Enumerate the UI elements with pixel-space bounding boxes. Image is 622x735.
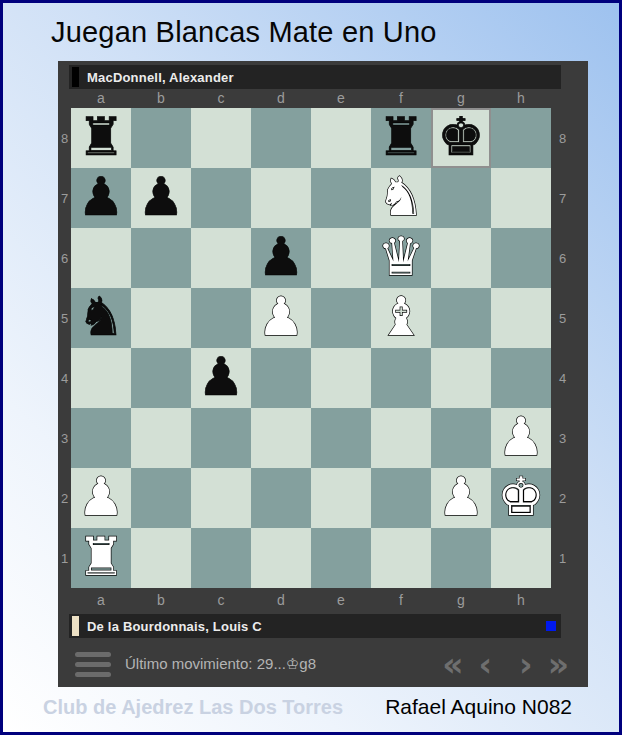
rank-label-2: 2 bbox=[551, 468, 588, 528]
square-c8[interactable] bbox=[191, 108, 251, 168]
square-g2[interactable]: ♟ bbox=[431, 468, 491, 528]
black-king-g8[interactable]: ♚ bbox=[431, 108, 491, 168]
rank-label-2: 2 bbox=[58, 468, 71, 528]
square-d6[interactable]: ♟ bbox=[251, 228, 311, 288]
square-f6[interactable]: ♛ bbox=[371, 228, 431, 288]
square-h4[interactable] bbox=[491, 348, 551, 408]
go-forward-button[interactable]: › bbox=[519, 648, 533, 681]
player-bar-bottom: De la Bourdonnais, Louis C bbox=[69, 614, 561, 638]
rank-label-1: 1 bbox=[58, 528, 71, 588]
square-d2[interactable] bbox=[251, 468, 311, 528]
rank-label-5: 5 bbox=[551, 288, 588, 348]
square-e3[interactable] bbox=[311, 408, 371, 468]
square-c1[interactable] bbox=[191, 528, 251, 588]
rank-labels-right: 87654321 bbox=[551, 108, 588, 588]
square-b5[interactable] bbox=[131, 288, 191, 348]
file-label-d: d bbox=[251, 89, 311, 107]
square-g5[interactable] bbox=[431, 288, 491, 348]
player-bar-top: MacDonnell, Alexander bbox=[69, 65, 561, 89]
square-d4[interactable] bbox=[251, 348, 311, 408]
white-king-h2[interactable]: ♚ bbox=[491, 468, 551, 528]
white-pawn-a2[interactable]: ♟ bbox=[71, 468, 131, 528]
square-b3[interactable] bbox=[131, 408, 191, 468]
square-a3[interactable] bbox=[71, 408, 131, 468]
last-move-text: Último movimiento: 29...♔g8 bbox=[125, 655, 316, 673]
square-e1[interactable] bbox=[311, 528, 371, 588]
turn-indicator bbox=[546, 621, 556, 631]
rank-label-3: 3 bbox=[551, 408, 588, 468]
black-pawn-c4[interactable]: ♟ bbox=[191, 348, 251, 408]
square-a1[interactable]: ♜ bbox=[71, 528, 131, 588]
file-label-d: d bbox=[251, 590, 311, 610]
square-e8[interactable] bbox=[311, 108, 371, 168]
file-labels-top: abcdefgh bbox=[71, 89, 551, 107]
square-a6[interactable] bbox=[71, 228, 131, 288]
author-credit: Rafael Aquino N082 bbox=[385, 695, 572, 719]
square-h6[interactable] bbox=[491, 228, 551, 288]
rank-label-3: 3 bbox=[58, 408, 71, 468]
rank-labels-left: 87654321 bbox=[58, 108, 71, 588]
square-e4[interactable] bbox=[311, 348, 371, 408]
square-g6[interactable] bbox=[431, 228, 491, 288]
square-h2[interactable]: ♚ bbox=[491, 468, 551, 528]
page: Juegan Blancas Mate en Uno MacDonnell, A… bbox=[0, 0, 622, 735]
square-c3[interactable] bbox=[191, 408, 251, 468]
file-label-f: f bbox=[371, 590, 431, 610]
go-start-button[interactable]: « bbox=[442, 648, 463, 681]
square-b1[interactable] bbox=[131, 528, 191, 588]
square-f7[interactable]: ♞ bbox=[371, 168, 431, 228]
rank-label-8: 8 bbox=[551, 108, 588, 168]
square-f2[interactable] bbox=[371, 468, 431, 528]
black-pawn-b7[interactable]: ♟ bbox=[131, 168, 191, 228]
file-label-c: c bbox=[191, 89, 251, 107]
rank-label-4: 4 bbox=[58, 348, 71, 408]
chess-widget: MacDonnell, Alexander abcdefgh 87654321 … bbox=[58, 61, 588, 687]
square-f4[interactable] bbox=[371, 348, 431, 408]
square-a4[interactable] bbox=[71, 348, 131, 408]
square-a5[interactable]: ♞ bbox=[71, 288, 131, 348]
square-e7[interactable] bbox=[311, 168, 371, 228]
rank-label-7: 7 bbox=[58, 168, 71, 228]
square-g4[interactable] bbox=[431, 348, 491, 408]
white-bishop-f5[interactable]: ♝ bbox=[371, 288, 431, 348]
square-f8[interactable]: ♜ bbox=[371, 108, 431, 168]
white-side-indicator bbox=[72, 616, 79, 636]
black-pawn-d6[interactable]: ♟ bbox=[251, 228, 311, 288]
rank-label-7: 7 bbox=[551, 168, 588, 228]
white-queen-f6[interactable]: ♛ bbox=[371, 228, 431, 288]
file-label-h: h bbox=[491, 590, 551, 610]
file-label-a: a bbox=[71, 590, 131, 610]
controls-bar: Último movimiento: 29...♔g8 «‹›» bbox=[69, 645, 577, 683]
square-a2[interactable]: ♟ bbox=[71, 468, 131, 528]
square-h1[interactable] bbox=[491, 528, 551, 588]
square-c5[interactable] bbox=[191, 288, 251, 348]
square-c7[interactable] bbox=[191, 168, 251, 228]
square-f3[interactable] bbox=[371, 408, 431, 468]
white-rook-a1[interactable]: ♜ bbox=[71, 528, 131, 588]
player-name-top: MacDonnell, Alexander bbox=[87, 70, 234, 85]
black-knight-a5[interactable]: ♞ bbox=[71, 288, 131, 348]
square-h8[interactable] bbox=[491, 108, 551, 168]
square-d1[interactable] bbox=[251, 528, 311, 588]
rank-label-6: 6 bbox=[551, 228, 588, 288]
square-d7[interactable] bbox=[251, 168, 311, 228]
rank-label-1: 1 bbox=[551, 528, 588, 588]
white-pawn-g2[interactable]: ♟ bbox=[431, 468, 491, 528]
rank-label-6: 6 bbox=[58, 228, 71, 288]
rank-label-4: 4 bbox=[551, 348, 588, 408]
square-f5[interactable]: ♝ bbox=[371, 288, 431, 348]
go-back-button[interactable]: ‹ bbox=[478, 648, 492, 681]
square-b4[interactable] bbox=[131, 348, 191, 408]
go-end-button[interactable]: » bbox=[548, 648, 569, 681]
file-label-a: a bbox=[71, 89, 131, 107]
file-label-b: b bbox=[131, 89, 191, 107]
square-g1[interactable] bbox=[431, 528, 491, 588]
file-label-e: e bbox=[311, 89, 371, 107]
square-e6[interactable] bbox=[311, 228, 371, 288]
square-a8[interactable]: ♜ bbox=[71, 108, 131, 168]
file-labels-bottom: abcdefgh bbox=[71, 590, 551, 610]
square-b8[interactable] bbox=[131, 108, 191, 168]
file-label-f: f bbox=[371, 89, 431, 107]
black-pawn-a7[interactable]: ♟ bbox=[71, 168, 131, 228]
square-b7[interactable]: ♟ bbox=[131, 168, 191, 228]
square-d8[interactable] bbox=[251, 108, 311, 168]
file-label-g: g bbox=[431, 89, 491, 107]
file-label-c: c bbox=[191, 590, 251, 610]
square-b6[interactable] bbox=[131, 228, 191, 288]
square-a7[interactable]: ♟ bbox=[71, 168, 131, 228]
square-d5[interactable]: ♟ bbox=[251, 288, 311, 348]
nav-buttons: «‹›» bbox=[442, 648, 569, 681]
square-b2[interactable] bbox=[131, 468, 191, 528]
page-title: Juegan Blancas Mate en Uno bbox=[51, 16, 437, 49]
square-c2[interactable] bbox=[191, 468, 251, 528]
white-knight-f7[interactable]: ♞ bbox=[371, 168, 431, 228]
rank-label-5: 5 bbox=[58, 288, 71, 348]
square-c4[interactable]: ♟ bbox=[191, 348, 251, 408]
square-h7[interactable] bbox=[491, 168, 551, 228]
square-e5[interactable] bbox=[311, 288, 371, 348]
menu-icon[interactable] bbox=[75, 649, 111, 679]
black-rook-a8[interactable]: ♜ bbox=[71, 108, 131, 168]
black-side-indicator bbox=[72, 67, 79, 87]
player-name-bottom: De la Bourdonnais, Louis C bbox=[87, 619, 262, 634]
square-h5[interactable] bbox=[491, 288, 551, 348]
square-g7[interactable] bbox=[431, 168, 491, 228]
square-c6[interactable] bbox=[191, 228, 251, 288]
square-h3[interactable]: ♟ bbox=[491, 408, 551, 468]
square-f1[interactable] bbox=[371, 528, 431, 588]
club-watermark: Club de Ajedrez Las Dos Torres bbox=[43, 696, 343, 719]
black-rook-f8[interactable]: ♜ bbox=[371, 108, 431, 168]
white-pawn-d5[interactable]: ♟ bbox=[251, 288, 311, 348]
square-e2[interactable] bbox=[311, 468, 371, 528]
square-d3[interactable] bbox=[251, 408, 311, 468]
rank-label-8: 8 bbox=[58, 108, 71, 168]
file-label-e: e bbox=[311, 590, 371, 610]
square-g3[interactable] bbox=[431, 408, 491, 468]
square-g8[interactable]: ♚ bbox=[431, 108, 491, 168]
file-label-g: g bbox=[431, 590, 491, 610]
file-label-h: h bbox=[491, 89, 551, 107]
chess-board: ♜♜♚♟♟♞♟♛♞♟♝♟♟♟♟♚♜ bbox=[71, 108, 551, 588]
white-pawn-h3[interactable]: ♟ bbox=[491, 408, 551, 468]
file-label-b: b bbox=[131, 590, 191, 610]
